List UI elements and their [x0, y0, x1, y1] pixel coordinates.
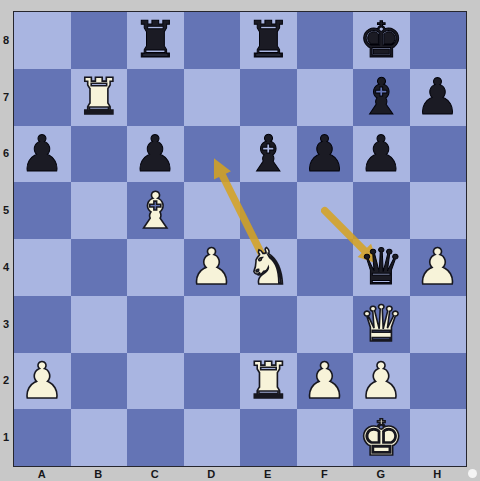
square-c7[interactable] — [127, 69, 184, 126]
file-label-e: E — [240, 466, 297, 481]
square-c2[interactable] — [127, 353, 184, 410]
piece-white-bishop-c5[interactable]: ♝ — [127, 182, 184, 239]
piece-white-pawn-f2[interactable]: ♟ — [297, 353, 354, 410]
piece-black-pawn-h7[interactable]: ♟ — [410, 69, 467, 126]
square-a1[interactable] — [14, 409, 71, 466]
square-a3[interactable] — [14, 296, 71, 353]
square-a7[interactable] — [14, 69, 71, 126]
square-d6[interactable] — [184, 126, 241, 183]
piece-white-pawn-d4[interactable]: ♟ — [184, 239, 241, 296]
piece-white-king-g1[interactable]: ♚ — [353, 409, 410, 466]
piece-white-queen-g3[interactable]: ♛ — [353, 296, 410, 353]
square-f3[interactable] — [297, 296, 354, 353]
piece-black-pawn-c6[interactable]: ♟ — [127, 126, 184, 183]
rank-label-5: 5 — [0, 182, 12, 239]
square-e7[interactable] — [240, 69, 297, 126]
square-a8[interactable] — [14, 12, 71, 69]
square-h8[interactable] — [410, 12, 467, 69]
square-b3[interactable] — [71, 296, 128, 353]
square-b6[interactable] — [71, 126, 128, 183]
rank-label-6: 6 — [0, 125, 12, 182]
file-label-d: D — [183, 466, 240, 481]
file-label-h: H — [409, 466, 466, 481]
piece-white-knight-e4[interactable]: ♞ — [240, 239, 297, 296]
square-e5[interactable] — [240, 182, 297, 239]
piece-black-pawn-a6[interactable]: ♟ — [14, 126, 71, 183]
piece-black-pawn-g6[interactable]: ♟ — [353, 126, 410, 183]
square-h1[interactable] — [410, 409, 467, 466]
square-b2[interactable] — [71, 353, 128, 410]
square-d1[interactable] — [184, 409, 241, 466]
chess-app-stage: ♜♜♚♜♝♟♟♟♝♟♟♝♟♞♛♟♛♟♜♟♟♚ 87654321 ABCDEFGH — [0, 0, 480, 481]
rank-label-2: 2 — [0, 352, 12, 409]
piece-white-pawn-h4[interactable]: ♟ — [410, 239, 467, 296]
piece-black-rook-e8[interactable]: ♜ — [240, 12, 297, 69]
square-e3[interactable] — [240, 296, 297, 353]
file-label-g: G — [353, 466, 410, 481]
square-b4[interactable] — [71, 239, 128, 296]
square-b8[interactable] — [71, 12, 128, 69]
square-d7[interactable] — [184, 69, 241, 126]
square-a5[interactable] — [14, 182, 71, 239]
piece-white-pawn-a2[interactable]: ♟ — [14, 353, 71, 410]
piece-white-rook-e2[interactable]: ♜ — [240, 353, 297, 410]
rank-label-1: 1 — [0, 409, 12, 466]
square-f1[interactable] — [297, 409, 354, 466]
square-f5[interactable] — [297, 182, 354, 239]
piece-black-rook-c8[interactable]: ♜ — [127, 12, 184, 69]
square-a4[interactable] — [14, 239, 71, 296]
square-f4[interactable] — [297, 239, 354, 296]
file-label-b: B — [70, 466, 127, 481]
square-d5[interactable] — [184, 182, 241, 239]
file-label-f: F — [296, 466, 353, 481]
square-b1[interactable] — [71, 409, 128, 466]
square-d2[interactable] — [184, 353, 241, 410]
piece-black-bishop-g7[interactable]: ♝ — [353, 69, 410, 126]
square-b5[interactable] — [71, 182, 128, 239]
square-h5[interactable] — [410, 182, 467, 239]
file-label-c: C — [127, 466, 184, 481]
file-label-a: A — [14, 466, 71, 481]
square-c3[interactable] — [127, 296, 184, 353]
square-d8[interactable] — [184, 12, 241, 69]
square-c1[interactable] — [127, 409, 184, 466]
piece-white-rook-b7[interactable]: ♜ — [71, 69, 128, 126]
rank-label-4: 4 — [0, 239, 12, 296]
square-g5[interactable] — [353, 182, 410, 239]
square-d3[interactable] — [184, 296, 241, 353]
rank-label-8: 8 — [0, 12, 12, 69]
rank-label-3: 3 — [0, 295, 12, 352]
square-e1[interactable] — [240, 409, 297, 466]
square-f7[interactable] — [297, 69, 354, 126]
square-h3[interactable] — [410, 296, 467, 353]
piece-black-king-g8[interactable]: ♚ — [353, 12, 410, 69]
square-h2[interactable] — [410, 353, 467, 410]
rank-label-7: 7 — [0, 68, 12, 125]
piece-black-bishop-e6[interactable]: ♝ — [240, 126, 297, 183]
square-c4[interactable] — [127, 239, 184, 296]
square-h6[interactable] — [410, 126, 467, 183]
piece-black-pawn-f6[interactable]: ♟ — [297, 126, 354, 183]
piece-black-queen-g4[interactable]: ♛ — [353, 239, 410, 296]
piece-white-pawn-g2[interactable]: ♟ — [353, 353, 410, 410]
window-corner-dot — [468, 469, 477, 478]
square-f8[interactable] — [297, 12, 354, 69]
